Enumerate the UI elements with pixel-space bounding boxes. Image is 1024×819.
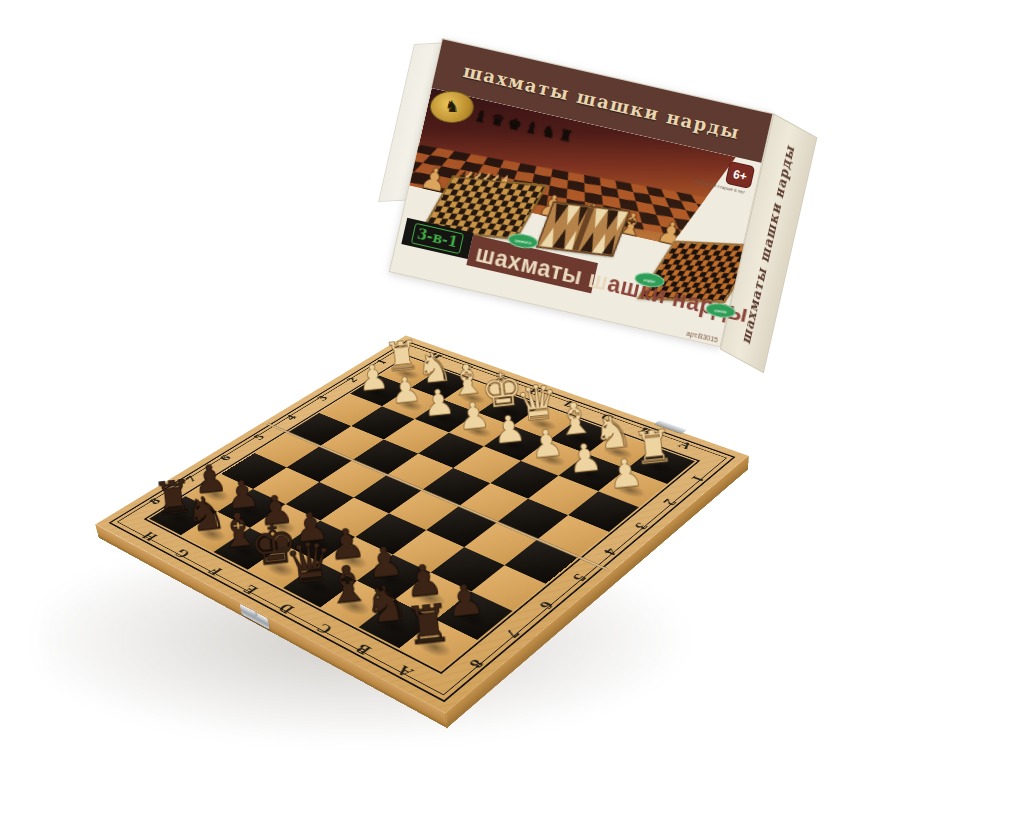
piece-white-pawn: ♟ [528,424,565,463]
piece-white-pawn: ♟ [606,454,645,494]
knight-icon: ♞ [445,99,460,115]
brand-logo: ♞ [430,91,474,124]
board-squares: ♜♞♝♚♛♝♞♜♟♟♟♟♟♟♟♟♟♟♟♟♟♟♟♟♜♞♝♚♛♝♞♜ [149,358,695,670]
piece-white-pawn: ♟ [566,439,604,479]
sku-label: арт.В3015 [686,330,719,344]
chess-board-scene: 12345678 HGFEDCBA 12345678 HGFEDCBA ♜♞♝♚… [167,235,677,745]
age-badge: 6+ [726,162,754,188]
piece-white-pawn: ♟ [421,385,456,422]
piece-white-pawn: ♟ [455,397,491,434]
product-photo: шахматы шашки нарды ♜♞♝♛♚♝♞♜ ♟ ♝ ♚ ♟ ♛ ♝… [0,0,1024,819]
piece-black-rook: ♜ [402,598,454,652]
piece-white-pawn: ♟ [491,411,527,449]
piece-white-pawn: ♟ [388,372,423,408]
